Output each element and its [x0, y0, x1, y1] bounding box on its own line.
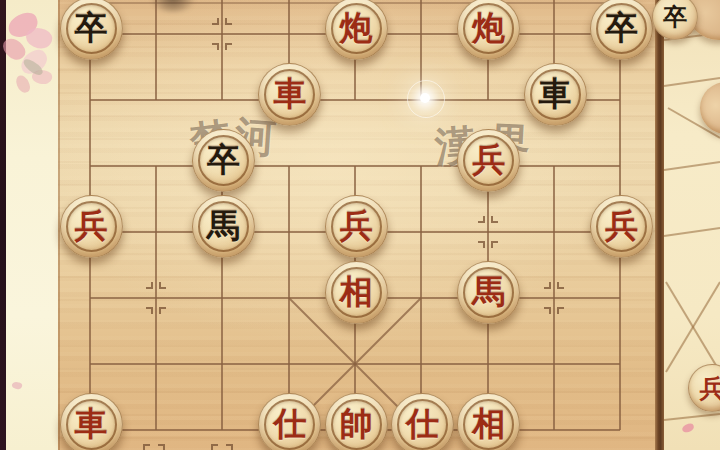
piece-車-red[interactable]: 車: [258, 63, 321, 126]
board-frame-edge: [655, 0, 664, 450]
cursor-glow: [420, 93, 430, 103]
piece-兵-red[interactable]: 兵: [457, 129, 520, 192]
piece-卒-black[interactable]: 卒: [192, 129, 255, 192]
piece-卒-black[interactable]: 卒: [60, 0, 123, 60]
piece-馬-red[interactable]: 馬: [457, 261, 520, 324]
piece-炮-red[interactable]: 炮: [325, 0, 388, 60]
piece-相-red[interactable]: 相: [325, 261, 388, 324]
petal-decoration: [14, 73, 31, 94]
piece-相-red[interactable]: 相: [457, 393, 520, 450]
secondary-board-strip: 卒 兵: [664, 0, 720, 450]
xiangqi-board[interactable]: 楚 河 漢 界 卒炮炮卒車車卒兵兵馬兵兵相馬車仕帥仕相: [58, 0, 655, 450]
piece-帥-red[interactable]: 帥: [325, 393, 388, 450]
piece-卒-black[interactable]: 卒: [590, 0, 653, 60]
piece-兵-red[interactable]: 兵: [60, 195, 123, 258]
piece-馬-black[interactable]: 馬: [192, 195, 255, 258]
petal-decoration: [11, 381, 23, 391]
piece-車-red[interactable]: 車: [60, 393, 123, 450]
piece-仕-red[interactable]: 仕: [391, 393, 454, 450]
piece-炮-red[interactable]: 炮: [457, 0, 520, 60]
piece-車-black[interactable]: 車: [524, 63, 587, 126]
pieces-layer: 卒炮炮卒車車卒兵兵馬兵兵相馬車仕帥仕相: [58, 0, 655, 450]
piece-仕-red[interactable]: 仕: [258, 393, 321, 450]
piece-兵-red[interactable]: 兵: [325, 195, 388, 258]
floral-margin: [6, 0, 58, 450]
game-screen: 楚 河 漢 界 卒炮炮卒車車卒兵兵馬兵兵相馬車仕帥仕相 卒: [0, 0, 720, 450]
background-piece-black: 卒: [652, 0, 698, 40]
piece-兵-red[interactable]: 兵: [590, 195, 653, 258]
background-piece-red: 兵: [688, 364, 720, 412]
